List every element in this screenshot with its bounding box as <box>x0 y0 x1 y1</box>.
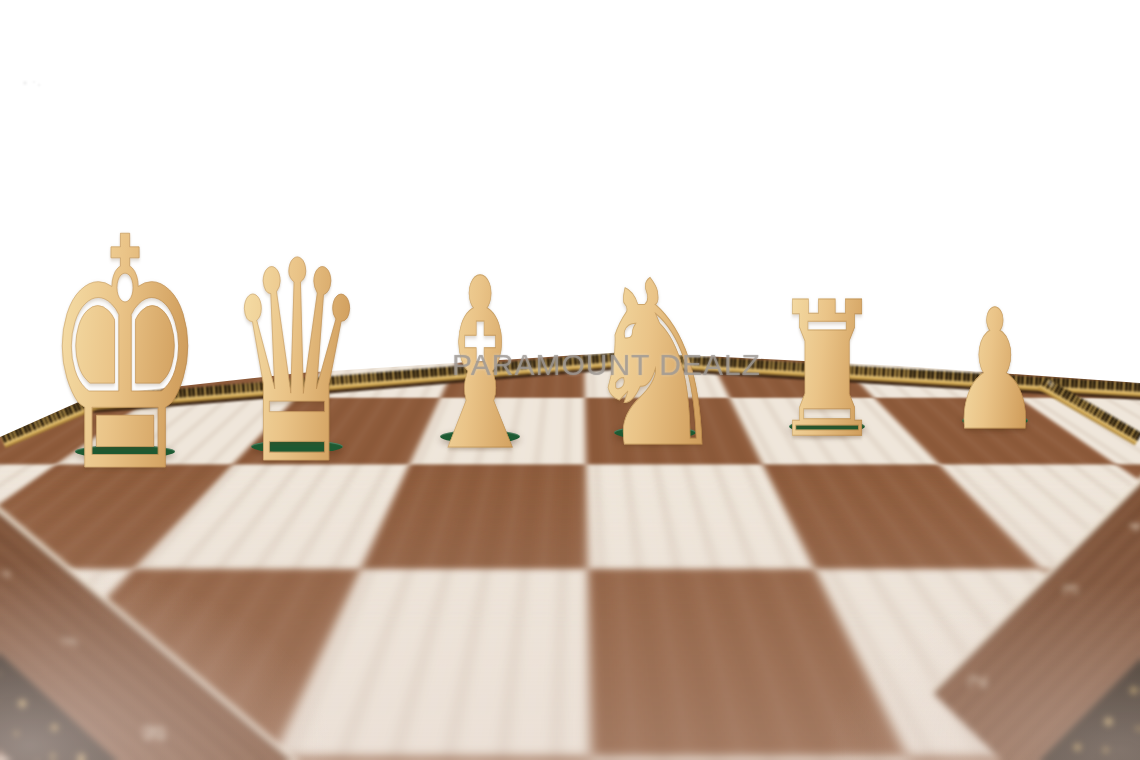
watermark-text: PARAMOUNT DEALZ <box>452 348 761 382</box>
piece-glyph: ♛ <box>219 225 375 503</box>
chess-product-photo: defg 234 8 ♚ ♛ ♝ ♞ ♜ ♟ PARAMOUNT DEALZ <box>0 0 1140 760</box>
piece-glyph: ♚ <box>35 196 214 516</box>
piece-glyph: ♜ <box>766 278 889 464</box>
piece-glyph: ♟ <box>944 288 1047 454</box>
background-smudge <box>20 78 42 88</box>
